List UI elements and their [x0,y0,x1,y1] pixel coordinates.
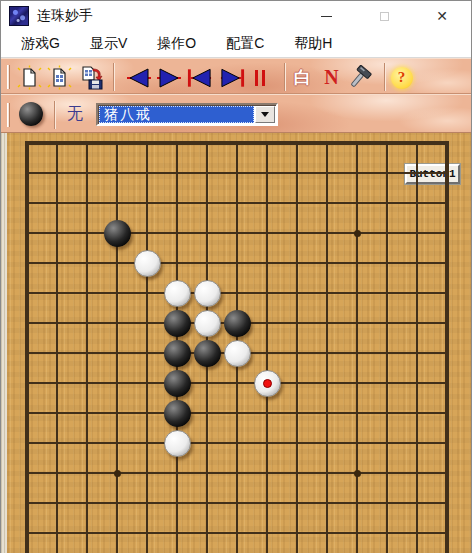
white-stone [194,310,221,337]
maximize-icon [380,12,389,21]
board-left-edge [1,133,7,553]
last-move-marker [263,379,272,388]
player-select[interactable]: 猪八戒 [96,103,278,126]
white-stone [164,280,191,307]
mode-label: 无 [67,104,83,125]
window-title: 连珠妙手 [37,7,93,25]
black-stone [164,340,191,367]
save-file-icon [80,65,105,90]
toolbar-separator [113,63,115,91]
black-stone [194,340,221,367]
star-point [354,470,361,477]
menu-item-operate[interactable]: 操作O [149,32,204,56]
maximize-button[interactable] [355,1,413,31]
button1-overlay[interactable]: Button1 [405,164,460,184]
star-point [114,470,121,477]
chevron-down-icon [261,112,269,117]
minimize-button[interactable] [297,1,355,31]
pause-icon [251,66,271,90]
toolbar-separator [54,101,56,129]
toolbar-separator [284,63,286,91]
black-stone [164,370,191,397]
player-select-dropdown-button[interactable] [255,106,275,123]
open-file-button[interactable] [46,64,73,91]
move-numbers-button[interactable]: N [318,64,345,91]
toolbar-grip[interactable] [7,103,10,127]
star-point [354,230,361,237]
black-stone [164,400,191,427]
save-file-button[interactable] [79,64,106,91]
menu-item-config[interactable]: 配置C [218,32,272,56]
white-play-button[interactable]: 白 [289,64,316,91]
white-stone [224,340,251,367]
close-icon: ✕ [436,9,448,23]
turn-indicator-black-stone [19,102,43,126]
title-bar: 连珠妙手 ✕ [1,1,471,31]
n-char-label: N [324,66,338,89]
grid-line [326,141,328,553]
grid-line [116,141,118,553]
grid-line [266,141,268,553]
grid-line [146,141,148,553]
step-back-button[interactable] [125,64,152,91]
help-button[interactable]: ? [388,64,415,91]
player-toolbar: 无 猪八戒 [1,94,471,133]
menu-item-view[interactable]: 显示V [82,32,135,56]
grid-line [445,141,449,553]
go-first-button[interactable] [186,64,213,91]
arrow-left-icon [126,66,152,90]
new-game-button[interactable] [16,64,43,91]
arrow-last-icon [219,66,246,90]
grid-line [25,532,449,534]
toolbar-grip[interactable] [7,65,10,89]
black-stone [164,310,191,337]
grid-line [25,502,449,504]
white-char-label: 白 [294,66,311,89]
black-stone [224,310,251,337]
go-last-button[interactable] [219,64,246,91]
hammer-icon [346,65,372,91]
black-stone [104,220,131,247]
grid-line [416,141,418,553]
arrow-right-icon [156,66,182,90]
white-stone [194,280,221,307]
help-icon: ? [391,67,413,89]
menu-item-game[interactable]: 游戏G [13,32,68,56]
menu-bar: 游戏G 显示V 操作O 配置C 帮助H [1,31,471,58]
edit-tools-button[interactable] [345,64,372,91]
app-window: 连珠妙手 ✕ 游戏G 显示V 操作O 配置C 帮助H [0,0,472,553]
white-stone [164,430,191,457]
player-select-value: 猪八戒 [99,106,254,123]
step-forward-button[interactable] [155,64,182,91]
white-stone [254,370,281,397]
minimize-icon [321,16,332,17]
new-file-icon [17,65,42,90]
toolbar-separator [384,63,386,91]
white-stone [134,250,161,277]
board[interactable]: Button1 [1,133,471,553]
grid-line [296,141,298,553]
open-file-icon [47,65,72,90]
close-button[interactable]: ✕ [413,1,471,31]
main-toolbar: 白 N ? [1,58,471,94]
grid-line [386,141,388,553]
arrow-first-icon [186,66,213,90]
pause-button[interactable] [247,64,274,91]
menu-item-help[interactable]: 帮助H [286,32,340,56]
app-icon [9,6,29,26]
grid-line [356,141,358,553]
